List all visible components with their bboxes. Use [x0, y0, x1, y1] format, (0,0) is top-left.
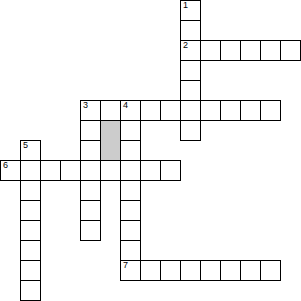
cell-c4-r8[interactable]: [80, 160, 101, 181]
cell-c5-r6-highlighted[interactable]: [100, 120, 121, 161]
cell-c12-r2[interactable]: [240, 40, 261, 61]
cell-c4-r11[interactable]: [80, 220, 101, 241]
cell-c9-r2[interactable]: 2: [180, 40, 201, 61]
cell-c1-r8[interactable]: [20, 160, 41, 181]
cell-c1-r10[interactable]: [20, 200, 41, 221]
cell-c12-r13[interactable]: [240, 260, 261, 281]
cell-c8-r8[interactable]: [160, 160, 181, 181]
cell-c9-r6[interactable]: [180, 120, 201, 141]
crossword-board: 1234567: [0, 0, 301, 301]
cell-c1-r11[interactable]: [20, 220, 41, 241]
cell-c8-r5[interactable]: [160, 100, 181, 121]
clue-number-6: 6: [3, 161, 8, 170]
cell-c7-r5[interactable]: [140, 100, 161, 121]
clue-number-1: 1: [183, 1, 188, 10]
cell-c5-r8[interactable]: [100, 160, 121, 181]
cell-c13-r2[interactable]: [260, 40, 281, 61]
cell-c9-r0[interactable]: 1: [180, 0, 201, 21]
cell-c7-r8[interactable]: [140, 160, 161, 181]
cell-c9-r5[interactable]: [180, 100, 201, 121]
cell-c8-r13[interactable]: [160, 260, 181, 281]
cell-c11-r2[interactable]: [220, 40, 241, 61]
cell-c7-r13[interactable]: [140, 260, 161, 281]
cell-c6-r8[interactable]: [120, 160, 141, 181]
cell-c6-r12[interactable]: [120, 240, 141, 261]
cell-c9-r1[interactable]: [180, 20, 201, 41]
clue-number-7: 7: [123, 261, 128, 270]
clue-number-4: 4: [123, 101, 128, 110]
cell-c9-r4[interactable]: [180, 80, 201, 101]
cell-c4-r6[interactable]: [80, 120, 101, 141]
cell-c4-r9[interactable]: [80, 180, 101, 201]
cell-c6-r13[interactable]: 7: [120, 260, 141, 281]
clue-number-5: 5: [23, 141, 28, 150]
cell-c1-r14[interactable]: [20, 280, 41, 301]
cell-c1-r12[interactable]: [20, 240, 41, 261]
cell-c6-r5[interactable]: 4: [120, 100, 141, 121]
cell-c4-r5[interactable]: 3: [80, 100, 101, 121]
cell-c12-r5[interactable]: [240, 100, 261, 121]
cell-c13-r5[interactable]: [260, 100, 281, 121]
cell-c4-r10[interactable]: [80, 200, 101, 221]
cell-c6-r9[interactable]: [120, 180, 141, 201]
cell-c4-r7[interactable]: [80, 140, 101, 161]
cell-c2-r8[interactable]: [40, 160, 61, 181]
cell-c11-r13[interactable]: [220, 260, 241, 281]
cell-c14-r2[interactable]: [280, 40, 301, 61]
cell-c1-r7[interactable]: 5: [20, 140, 41, 161]
clue-number-2: 2: [183, 41, 188, 50]
cell-c1-r9[interactable]: [20, 180, 41, 201]
cell-c6-r10[interactable]: [120, 200, 141, 221]
cell-c10-r13[interactable]: [200, 260, 221, 281]
cell-c6-r11[interactable]: [120, 220, 141, 241]
cell-c6-r7[interactable]: [120, 140, 141, 161]
cell-c3-r8[interactable]: [60, 160, 81, 181]
cell-c5-r5[interactable]: [100, 100, 121, 121]
cell-c10-r5[interactable]: [200, 100, 221, 121]
cell-c13-r13[interactable]: [260, 260, 281, 281]
crossword-grid: 1234567: [0, 0, 300, 300]
cell-c9-r13[interactable]: [180, 260, 201, 281]
cell-c11-r5[interactable]: [220, 100, 241, 121]
cell-c9-r3[interactable]: [180, 60, 201, 81]
cell-c1-r13[interactable]: [20, 260, 41, 281]
clue-number-3: 3: [83, 101, 88, 110]
cell-c6-r6[interactable]: [120, 120, 141, 141]
cell-c10-r2[interactable]: [200, 40, 221, 61]
cell-c0-r8[interactable]: 6: [0, 160, 21, 181]
